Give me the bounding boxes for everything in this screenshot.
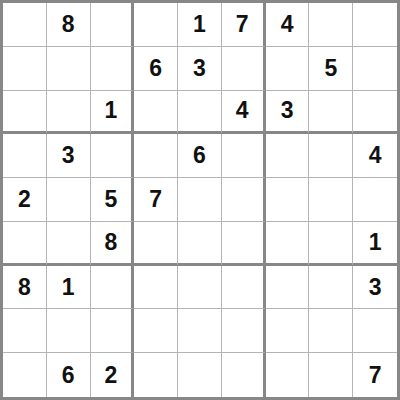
cell-r2c1-empty[interactable] <box>3 47 47 91</box>
cell-r2c2-empty[interactable] <box>47 47 91 91</box>
cell-r9c6-empty[interactable] <box>222 353 266 397</box>
cell-r7c8-empty[interactable] <box>309 266 353 310</box>
cell-r7c5-empty[interactable] <box>178 266 222 310</box>
cell-r7c9-given[interactable]: 3 <box>353 266 397 310</box>
cell-r3c9-empty[interactable] <box>353 91 397 135</box>
sudoku-board: 817463514336425781813627 <box>0 0 400 400</box>
cell-r2c9-empty[interactable] <box>353 47 397 91</box>
cell-r1c9-empty[interactable] <box>353 3 397 47</box>
cell-r9c3-given[interactable]: 2 <box>91 353 135 397</box>
cell-r2c6-empty[interactable] <box>222 47 266 91</box>
cell-r9c4-empty[interactable] <box>134 353 178 397</box>
cell-r4c9-given[interactable]: 4 <box>353 134 397 178</box>
cell-r3c2-empty[interactable] <box>47 91 91 135</box>
cell-r5c5-empty[interactable] <box>178 178 222 222</box>
cell-r4c4-empty[interactable] <box>134 134 178 178</box>
cell-r5c7-empty[interactable] <box>266 178 310 222</box>
cell-r5c1-given[interactable]: 2 <box>3 178 47 222</box>
cell-r5c8-empty[interactable] <box>309 178 353 222</box>
cell-r3c6-given[interactable]: 4 <box>222 91 266 135</box>
cell-r8c9-empty[interactable] <box>353 309 397 353</box>
cell-r4c6-empty[interactable] <box>222 134 266 178</box>
cell-r5c9-empty[interactable] <box>353 178 397 222</box>
cell-r6c6-empty[interactable] <box>222 222 266 266</box>
cell-r9c5-empty[interactable] <box>178 353 222 397</box>
cell-r9c8-empty[interactable] <box>309 353 353 397</box>
cell-r2c3-empty[interactable] <box>91 47 135 91</box>
cell-r1c3-empty[interactable] <box>91 3 135 47</box>
cell-r6c8-empty[interactable] <box>309 222 353 266</box>
cell-r7c4-empty[interactable] <box>134 266 178 310</box>
cell-r7c7-empty[interactable] <box>266 266 310 310</box>
cell-r1c2-given[interactable]: 8 <box>47 3 91 47</box>
cell-r5c4-given[interactable]: 7 <box>134 178 178 222</box>
cell-r4c1-empty[interactable] <box>3 134 47 178</box>
cell-r7c6-empty[interactable] <box>222 266 266 310</box>
cell-r5c2-empty[interactable] <box>47 178 91 222</box>
cell-r3c5-empty[interactable] <box>178 91 222 135</box>
cell-r2c5-given[interactable]: 3 <box>178 47 222 91</box>
cell-r5c3-given[interactable]: 5 <box>91 178 135 222</box>
cell-r7c1-given[interactable]: 8 <box>3 266 47 310</box>
cell-r8c5-empty[interactable] <box>178 309 222 353</box>
cell-r6c1-empty[interactable] <box>3 222 47 266</box>
cell-r1c6-given[interactable]: 7 <box>222 3 266 47</box>
cell-r1c5-given[interactable]: 1 <box>178 3 222 47</box>
cell-r6c4-empty[interactable] <box>134 222 178 266</box>
cell-r9c1-empty[interactable] <box>3 353 47 397</box>
cell-r4c3-empty[interactable] <box>91 134 135 178</box>
cell-r6c9-given[interactable]: 1 <box>353 222 397 266</box>
cell-r8c1-empty[interactable] <box>3 309 47 353</box>
cell-r3c4-empty[interactable] <box>134 91 178 135</box>
cell-r9c7-empty[interactable] <box>266 353 310 397</box>
cell-r6c7-empty[interactable] <box>266 222 310 266</box>
cell-r2c4-given[interactable]: 6 <box>134 47 178 91</box>
cell-r3c1-empty[interactable] <box>3 91 47 135</box>
cell-r1c7-given[interactable]: 4 <box>266 3 310 47</box>
cell-r6c3-given[interactable]: 8 <box>91 222 135 266</box>
cell-r8c3-empty[interactable] <box>91 309 135 353</box>
cell-r6c2-empty[interactable] <box>47 222 91 266</box>
sudoku-page: 817463514336425781813627 <box>0 0 400 400</box>
cell-r3c8-empty[interactable] <box>309 91 353 135</box>
cell-r2c8-given[interactable]: 5 <box>309 47 353 91</box>
cell-r1c4-empty[interactable] <box>134 3 178 47</box>
cell-r1c1-empty[interactable] <box>3 3 47 47</box>
cell-r5c6-empty[interactable] <box>222 178 266 222</box>
cell-r4c7-empty[interactable] <box>266 134 310 178</box>
cell-r1c8-empty[interactable] <box>309 3 353 47</box>
cell-r4c8-empty[interactable] <box>309 134 353 178</box>
cell-r8c4-empty[interactable] <box>134 309 178 353</box>
cell-r7c3-empty[interactable] <box>91 266 135 310</box>
cell-r9c2-given[interactable]: 6 <box>47 353 91 397</box>
cell-r4c2-given[interactable]: 3 <box>47 134 91 178</box>
cell-r8c8-empty[interactable] <box>309 309 353 353</box>
cell-r8c7-empty[interactable] <box>266 309 310 353</box>
cell-r7c2-given[interactable]: 1 <box>47 266 91 310</box>
cell-r3c3-given[interactable]: 1 <box>91 91 135 135</box>
cell-r3c7-given[interactable]: 3 <box>266 91 310 135</box>
cell-r8c2-empty[interactable] <box>47 309 91 353</box>
cell-r9c9-given[interactable]: 7 <box>353 353 397 397</box>
cell-r4c5-given[interactable]: 6 <box>178 134 222 178</box>
cell-r6c5-empty[interactable] <box>178 222 222 266</box>
cell-r2c7-empty[interactable] <box>266 47 310 91</box>
cell-r8c6-empty[interactable] <box>222 309 266 353</box>
